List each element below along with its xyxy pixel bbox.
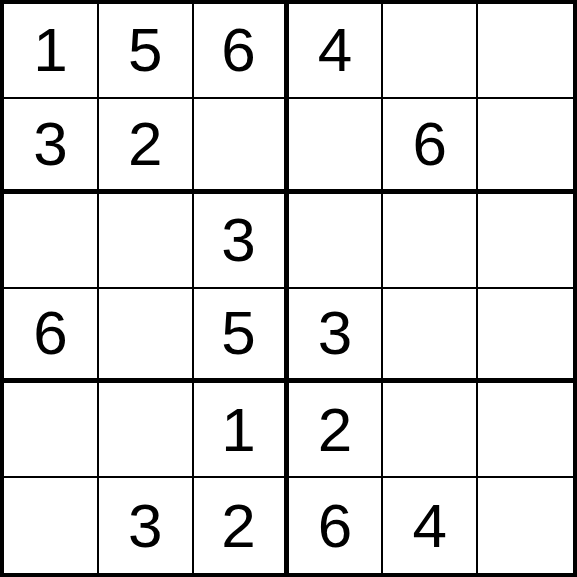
cell-r4c4: 3 — [289, 289, 384, 384]
cell-r1c4: 4 — [289, 4, 384, 99]
cell-r2c6[interactable] — [478, 99, 573, 194]
cell-r4c2[interactable] — [99, 289, 194, 384]
cell-r1c6[interactable] — [478, 4, 573, 99]
cell-r5c6[interactable] — [478, 383, 573, 478]
cell-r6c1[interactable] — [4, 478, 99, 573]
cell-r5c3: 1 — [194, 383, 289, 478]
cell-r1c1: 1 — [4, 4, 99, 99]
cell-r5c2[interactable] — [99, 383, 194, 478]
cell-r1c3: 6 — [194, 4, 289, 99]
cell-r4c1: 6 — [4, 289, 99, 384]
cell-r6c4: 6 — [289, 478, 384, 573]
cell-r4c3: 5 — [194, 289, 289, 384]
cell-r4c6[interactable] — [478, 289, 573, 384]
sudoku-board: 1 5 6 4 3 2 6 3 6 5 3 1 2 3 2 6 4 — [0, 0, 577, 577]
cell-r1c2: 5 — [99, 4, 194, 99]
cell-r5c4: 2 — [289, 383, 384, 478]
cell-r3c6[interactable] — [478, 194, 573, 289]
cell-r6c5: 4 — [383, 478, 478, 573]
cell-r6c2: 3 — [99, 478, 194, 573]
cell-r5c1[interactable] — [4, 383, 99, 478]
cell-r6c3: 2 — [194, 478, 289, 573]
cell-r3c3: 3 — [194, 194, 289, 289]
cell-r2c3[interactable] — [194, 99, 289, 194]
cell-r2c5: 6 — [383, 99, 478, 194]
cell-r2c2: 2 — [99, 99, 194, 194]
cell-r6c6[interactable] — [478, 478, 573, 573]
cell-r3c1[interactable] — [4, 194, 99, 289]
cell-r2c1: 3 — [4, 99, 99, 194]
cell-r1c5[interactable] — [383, 4, 478, 99]
cell-r4c5[interactable] — [383, 289, 478, 384]
cell-r2c4[interactable] — [289, 99, 384, 194]
cell-r5c5[interactable] — [383, 383, 478, 478]
cell-r3c4[interactable] — [289, 194, 384, 289]
cell-r3c2[interactable] — [99, 194, 194, 289]
cell-r3c5[interactable] — [383, 194, 478, 289]
